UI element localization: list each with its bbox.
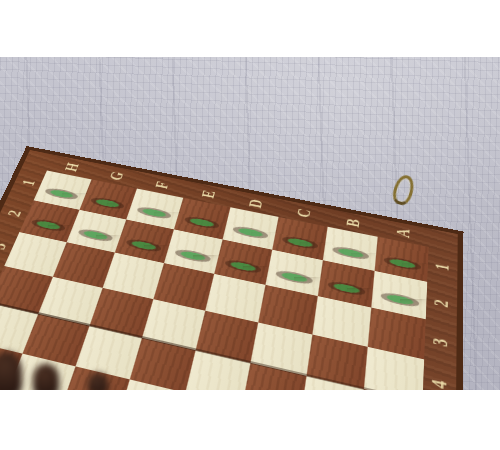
piece-glyph: ♟ [213, 210, 272, 266]
blurred-dark-piece [33, 364, 59, 390]
piece-glyph: ♟ [316, 231, 376, 288]
letterbox-bottom [0, 390, 500, 450]
rank-label-right-4: 4 [409, 366, 468, 390]
letterbox-top [0, 0, 500, 57]
blurred-dark-piece [88, 373, 108, 390]
screenshot-canvas: HGFEDCBAHGFEDCBA1234567812345678♜♞♝♚♛♝♞♜… [0, 0, 500, 450]
chess-board: HGFEDCBAHGFEDCBA1234567812345678♜♞♝♚♛♝♞♜… [0, 150, 458, 390]
piece-glyph: ♟ [264, 220, 323, 276]
chessboard-photo: HGFEDCBAHGFEDCBA1234567812345678♜♞♝♚♛♝♞♜… [0, 57, 500, 390]
piece-glyph: ♟ [164, 200, 222, 255]
piece-glyph: ♟ [369, 241, 429, 298]
